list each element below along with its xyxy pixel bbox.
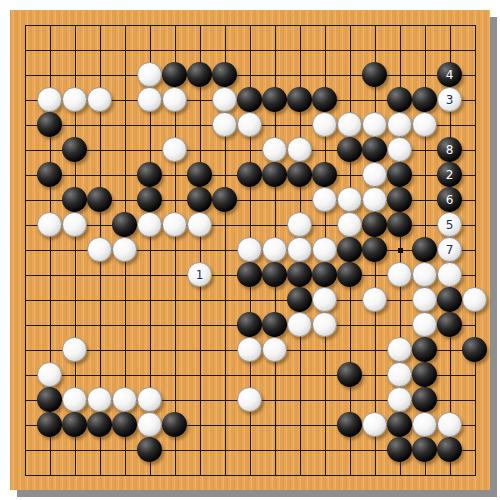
black-stone-11-7 — [262, 162, 287, 187]
white-stone-18-11 — [437, 262, 462, 287]
black-stone-17-10 — [412, 237, 437, 262]
white-stone-4-10 — [87, 237, 112, 262]
black-stone-10-11 — [237, 262, 262, 287]
white-stone-16-16 — [387, 387, 412, 412]
black-stone-11-4 — [262, 87, 287, 112]
white-stone-2-9 — [37, 212, 62, 237]
black-stone-7-3 — [162, 62, 187, 87]
white-stone-19-12 — [462, 287, 487, 312]
white-stone-12-9 — [287, 212, 312, 237]
black-stone-17-4 — [412, 87, 437, 112]
white-stone-18-17 — [437, 412, 462, 437]
black-stone-2-17 — [37, 412, 62, 437]
black-stone-8-3 — [187, 62, 212, 87]
white-stone-13-5 — [312, 112, 337, 137]
white-stone-5-16 — [112, 387, 137, 412]
white-stone-3-9 — [62, 212, 87, 237]
black-stone-12-11 — [287, 262, 312, 287]
black-stone-6-7 — [137, 162, 162, 187]
move-number-label: 2 — [446, 169, 454, 181]
white-stone-18-10: 7 — [437, 237, 462, 262]
white-stone-15-7 — [362, 162, 387, 187]
black-stone-10-4 — [237, 87, 262, 112]
white-stone-17-5 — [412, 112, 437, 137]
black-stone-6-18 — [137, 437, 162, 462]
black-stone-12-7 — [287, 162, 312, 187]
black-stone-18-6: 8 — [437, 137, 462, 162]
white-stone-10-16 — [237, 387, 262, 412]
white-stone-11-6 — [262, 137, 287, 162]
white-stone-7-9 — [162, 212, 187, 237]
white-stone-3-4 — [62, 87, 87, 112]
grid-line-horizontal — [25, 300, 476, 301]
white-stone-9-4 — [212, 87, 237, 112]
move-number-label: 1 — [196, 269, 204, 281]
white-stone-15-5 — [362, 112, 387, 137]
grid-line-vertical — [475, 25, 476, 476]
white-stone-17-13 — [412, 312, 437, 337]
white-stone-14-5 — [337, 112, 362, 137]
white-stone-18-9: 5 — [437, 212, 462, 237]
black-stone-18-8: 6 — [437, 187, 462, 212]
white-stone-16-6 — [387, 137, 412, 162]
white-stone-8-11: 1 — [187, 262, 212, 287]
black-stone-14-6 — [337, 137, 362, 162]
star-point — [398, 248, 403, 253]
black-stone-16-17 — [387, 412, 412, 437]
black-stone-18-12 — [437, 287, 462, 312]
black-stone-10-13 — [237, 312, 262, 337]
white-stone-14-8 — [337, 187, 362, 212]
white-stone-12-13 — [287, 312, 312, 337]
black-stone-9-8 — [212, 187, 237, 212]
move-number-label: 7 — [446, 244, 454, 256]
white-stone-10-5 — [237, 112, 262, 137]
page: 43826571 — [0, 0, 500, 500]
black-stone-6-8 — [137, 187, 162, 212]
black-stone-13-11 — [312, 262, 337, 287]
grid-line-horizontal — [25, 475, 476, 476]
white-stone-9-5 — [212, 112, 237, 137]
black-stone-4-17 — [87, 412, 112, 437]
white-stone-5-10 — [112, 237, 137, 262]
black-stone-15-10 — [362, 237, 387, 262]
white-stone-6-17 — [137, 412, 162, 437]
black-stone-2-7 — [37, 162, 62, 187]
black-stone-5-17 — [112, 412, 137, 437]
white-stone-16-15 — [387, 362, 412, 387]
black-stone-17-15 — [412, 362, 437, 387]
black-stone-14-11 — [337, 262, 362, 287]
black-stone-16-8 — [387, 187, 412, 212]
move-number-label: 6 — [446, 194, 454, 206]
black-stone-8-7 — [187, 162, 212, 187]
black-stone-8-8 — [187, 187, 212, 212]
black-stone-15-9 — [362, 212, 387, 237]
black-stone-16-9 — [387, 212, 412, 237]
white-stone-6-9 — [137, 212, 162, 237]
white-stone-16-14 — [387, 337, 412, 362]
black-stone-3-6 — [62, 137, 87, 162]
black-stone-5-9 — [112, 212, 137, 237]
white-stone-15-17 — [362, 412, 387, 437]
black-stone-2-5 — [37, 112, 62, 137]
white-stone-15-12 — [362, 287, 387, 312]
black-stone-17-16 — [412, 387, 437, 412]
move-number-label: 3 — [446, 94, 454, 106]
white-stone-13-12 — [312, 287, 337, 312]
white-stone-17-17 — [412, 412, 437, 437]
white-stone-6-3 — [137, 62, 162, 87]
white-stone-16-11 — [387, 262, 412, 287]
white-stone-16-5 — [387, 112, 412, 137]
black-stone-4-8 — [87, 187, 112, 212]
white-stone-10-10 — [237, 237, 262, 262]
white-stone-13-10 — [312, 237, 337, 262]
black-stone-7-17 — [162, 412, 187, 437]
white-stone-14-9 — [337, 212, 362, 237]
black-stone-16-18 — [387, 437, 412, 462]
white-stone-18-4: 3 — [437, 87, 462, 112]
white-stone-17-11 — [412, 262, 437, 287]
black-stone-18-7: 2 — [437, 162, 462, 187]
white-stone-3-16 — [62, 387, 87, 412]
white-stone-13-13 — [312, 312, 337, 337]
black-stone-11-13 — [262, 312, 287, 337]
black-stone-11-11 — [262, 262, 287, 287]
black-stone-13-4 — [312, 87, 337, 112]
black-stone-16-4 — [387, 87, 412, 112]
white-stone-6-16 — [137, 387, 162, 412]
white-stone-6-4 — [137, 87, 162, 112]
black-stone-13-7 — [312, 162, 337, 187]
white-stone-2-15 — [37, 362, 62, 387]
black-stone-14-15 — [337, 362, 362, 387]
white-stone-4-16 — [87, 387, 112, 412]
black-stone-19-14 — [462, 337, 487, 362]
white-stone-3-14 — [62, 337, 87, 362]
white-stone-7-6 — [162, 137, 187, 162]
black-stone-18-13 — [437, 312, 462, 337]
white-stone-10-14 — [237, 337, 262, 362]
move-number-label: 8 — [446, 144, 454, 156]
black-stone-16-7 — [387, 162, 412, 187]
black-stone-3-8 — [62, 187, 87, 212]
black-stone-17-18 — [412, 437, 437, 462]
black-stone-3-17 — [62, 412, 87, 437]
white-stone-4-4 — [87, 87, 112, 112]
black-stone-14-17 — [337, 412, 362, 437]
go-board[interactable]: 43826571 — [10, 10, 490, 490]
white-stone-12-6 — [287, 137, 312, 162]
move-number-label: 4 — [446, 69, 454, 81]
black-stone-12-12 — [287, 287, 312, 312]
black-stone-15-3 — [362, 62, 387, 87]
white-stone-15-8 — [362, 187, 387, 212]
white-stone-12-10 — [287, 237, 312, 262]
black-stone-18-3: 4 — [437, 62, 462, 87]
black-stone-2-16 — [37, 387, 62, 412]
white-stone-7-4 — [162, 87, 187, 112]
white-stone-11-10 — [262, 237, 287, 262]
black-stone-12-4 — [287, 87, 312, 112]
black-stone-15-6 — [362, 137, 387, 162]
white-stone-13-8 — [312, 187, 337, 212]
black-stone-14-10 — [337, 237, 362, 262]
white-stone-11-14 — [262, 337, 287, 362]
black-stone-9-3 — [212, 62, 237, 87]
black-stone-18-18 — [437, 437, 462, 462]
black-stone-17-14 — [412, 337, 437, 362]
white-stone-17-12 — [412, 287, 437, 312]
white-stone-8-9 — [187, 212, 212, 237]
black-stone-10-7 — [237, 162, 262, 187]
white-stone-2-4 — [37, 87, 62, 112]
move-number-label: 5 — [446, 219, 454, 231]
